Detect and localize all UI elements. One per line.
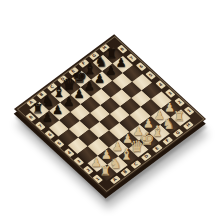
piece-black-pawn: ♟	[84, 81, 95, 93]
piece-black-pawn: ♟	[116, 57, 127, 69]
piece-black-pawn: ♟	[42, 112, 53, 124]
piece-white-pawn: ♟	[153, 109, 164, 121]
piece-black-rook: ♜	[106, 48, 118, 61]
piece-black-pawn: ♟	[105, 65, 116, 77]
piece-white-pawn: ♟	[111, 141, 122, 153]
board-squares: ♜♞♝♛♚♝♞♜♟♟♟♟♟♟♟♟♟♟♟♟♟♟♟♟♜♞♝♛♚♝♞♜	[30, 47, 191, 181]
piece-white-pawn: ♟	[101, 148, 112, 160]
piece-white-pawn: ♟	[164, 101, 175, 113]
piece-white-pawn: ♟	[132, 125, 143, 137]
piece-white-pawn: ♟	[143, 117, 154, 129]
piece-black-pawn: ♟	[95, 73, 106, 85]
folding-chess-board: ABCDEFGH ABCDEFGH 87654321 87654321 ♜♞♝♛…	[14, 34, 206, 193]
piece-black-pawn: ♟	[53, 104, 64, 116]
board-frame: ABCDEFGH ABCDEFGH 87654321 87654321 ♜♞♝♛…	[14, 34, 206, 193]
chess-set-photo: ABCDEFGH ABCDEFGH 87654321 87654321 ♜♞♝♛…	[0, 0, 218, 218]
piece-black-pawn: ♟	[63, 96, 74, 108]
piece-white-pawn: ♟	[122, 133, 133, 145]
piece-white-pawn: ♟	[90, 156, 101, 168]
piece-black-pawn: ♟	[74, 88, 85, 100]
